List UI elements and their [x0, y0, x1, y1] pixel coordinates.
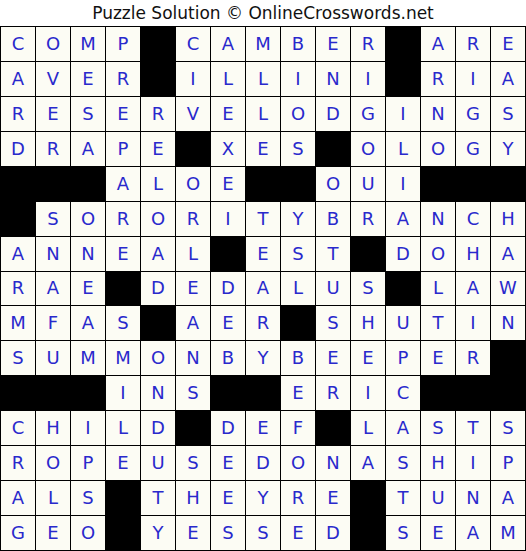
letter-cell-r12c8: E	[246, 411, 280, 445]
letter-cell-r2c1: A	[1, 62, 35, 96]
letter-cell-r4c7: X	[211, 132, 245, 166]
letter-cell-r6c7: I	[211, 202, 245, 236]
black-cell-r5c2	[36, 167, 70, 201]
black-cell-r5c14	[456, 167, 490, 201]
letter-cell-r6c11: R	[351, 202, 385, 236]
black-cell-r5c3	[71, 167, 105, 201]
letter-cell-r8c13: L	[421, 272, 455, 306]
letter-cell-r5c11: U	[351, 167, 385, 201]
letter-cell-r8c5: D	[141, 272, 175, 306]
letter-cell-r14c2: L	[36, 481, 70, 515]
letter-cell-r12c4: L	[106, 411, 140, 445]
black-cell-r1c5	[141, 27, 175, 61]
letter-cell-r6c5: O	[141, 202, 175, 236]
letter-cell-r8c6: E	[176, 272, 210, 306]
letter-cell-r4c12: L	[386, 132, 420, 166]
letter-cell-r7c10: T	[316, 237, 350, 271]
black-cell-r14c4	[106, 481, 140, 515]
letter-cell-r8c3: E	[71, 272, 105, 306]
letter-cell-r6c2: S	[36, 202, 70, 236]
letter-cell-r2c7: L	[211, 62, 245, 96]
letter-cell-r13c2: O	[36, 446, 70, 480]
letter-cell-r3c4: E	[106, 97, 140, 131]
black-cell-r14c11	[351, 481, 385, 515]
letter-cell-r14c3: S	[71, 481, 105, 515]
black-cell-r5c1	[1, 167, 35, 201]
letter-cell-r12c1: C	[1, 411, 35, 445]
black-cell-r11c1	[1, 376, 35, 410]
letter-cell-r13c6: S	[176, 446, 210, 480]
title-bar: Puzzle Solution © OnlineCrosswords.net	[0, 0, 526, 26]
letter-cell-r14c13: U	[421, 481, 455, 515]
letter-cell-r6c6: R	[176, 202, 210, 236]
letter-cell-r4c1: D	[1, 132, 35, 166]
black-cell-r4c6	[176, 132, 210, 166]
letter-cell-r14c15: A	[491, 481, 525, 515]
letter-cell-r12c11: L	[351, 411, 385, 445]
letter-cell-r4c4: P	[106, 132, 140, 166]
letter-cell-r13c13: H	[421, 446, 455, 480]
letter-cell-r12c15: S	[491, 411, 525, 445]
letter-cell-r3c12: I	[386, 97, 420, 131]
puzzle-solution-page: Puzzle Solution © OnlineCrosswords.net C…	[0, 0, 526, 551]
letter-cell-r14c6: H	[176, 481, 210, 515]
letter-cell-r3c1: R	[1, 97, 35, 131]
black-cell-r2c5	[141, 62, 175, 96]
letter-cell-r8c9: L	[281, 272, 315, 306]
letter-cell-r14c7: E	[211, 481, 245, 515]
letter-cell-r13c3: P	[71, 446, 105, 480]
letter-cell-r11c5: N	[141, 376, 175, 410]
letter-cell-r8c7: D	[211, 272, 245, 306]
letter-cell-r10c9: B	[281, 341, 315, 375]
letter-cell-r10c5: O	[141, 341, 175, 375]
letter-cell-r9c8: R	[246, 306, 280, 340]
letter-cell-r9c1: M	[1, 306, 35, 340]
letter-cell-r10c2: U	[36, 341, 70, 375]
black-cell-r15c11	[351, 516, 385, 550]
black-cell-r2c12	[386, 62, 420, 96]
letter-cell-r4c2: R	[36, 132, 70, 166]
letter-cell-r3c2: E	[36, 97, 70, 131]
letter-cell-r9c7: E	[211, 306, 245, 340]
letter-cell-r14c14: N	[456, 481, 490, 515]
letter-cell-r5c7: E	[211, 167, 245, 201]
letter-cell-r13c12: S	[386, 446, 420, 480]
letter-cell-r4c3: A	[71, 132, 105, 166]
letter-cell-r12c13: S	[421, 411, 455, 445]
letter-cell-r12c2: H	[36, 411, 70, 445]
letter-cell-r1c9: B	[281, 27, 315, 61]
letter-cell-r7c15: A	[491, 237, 525, 271]
letter-cell-r7c3: N	[71, 237, 105, 271]
letter-cell-r2c10: N	[316, 62, 350, 96]
page-title: Puzzle Solution © OnlineCrosswords.net	[92, 3, 434, 23]
letter-cell-r1c15: E	[491, 27, 525, 61]
letter-cell-r9c6: A	[176, 306, 210, 340]
letter-cell-r5c6: O	[176, 167, 210, 201]
letter-cell-r4c8: E	[246, 132, 280, 166]
letter-cell-r6c4: R	[106, 202, 140, 236]
black-cell-r15c4	[106, 516, 140, 550]
letter-cell-r6c9: Y	[281, 202, 315, 236]
letter-cell-r11c10: R	[316, 376, 350, 410]
letter-cell-r9c11: H	[351, 306, 385, 340]
letter-cell-r7c6: L	[176, 237, 210, 271]
letter-cell-r12c7: D	[211, 411, 245, 445]
letter-cell-r3c6: V	[176, 97, 210, 131]
letter-cell-r10c7: B	[211, 341, 245, 375]
letter-cell-r1c10: E	[316, 27, 350, 61]
letter-cell-r15c9: E	[281, 516, 315, 550]
letter-cell-r2c2: V	[36, 62, 70, 96]
letter-cell-r8c2: A	[36, 272, 70, 306]
letter-cell-r7c4: E	[106, 237, 140, 271]
black-cell-r5c15	[491, 167, 525, 201]
letter-cell-r10c12: P	[386, 341, 420, 375]
letter-cell-r12c3: I	[71, 411, 105, 445]
letter-cell-r6c15: H	[491, 202, 525, 236]
letter-cell-r4c5: E	[141, 132, 175, 166]
letter-cell-r13c8: D	[246, 446, 280, 480]
crossword-grid: COMPCAMBERAREAVERILLINIRIARESERVELODGING…	[0, 26, 526, 551]
letter-cell-r4c15: Y	[491, 132, 525, 166]
letter-cell-r7c13: O	[421, 237, 455, 271]
letter-cell-r13c14: I	[456, 446, 490, 480]
letter-cell-r1c1: C	[1, 27, 35, 61]
letter-cell-r2c8: L	[246, 62, 280, 96]
letter-cell-r9c2: F	[36, 306, 70, 340]
letter-cell-r1c7: A	[211, 27, 245, 61]
black-cell-r7c7	[211, 237, 245, 271]
letter-cell-r3c7: E	[211, 97, 245, 131]
letter-cell-r10c14: R	[456, 341, 490, 375]
letter-cell-r8c11: S	[351, 272, 385, 306]
letter-cell-r8c14: A	[456, 272, 490, 306]
black-cell-r11c14	[456, 376, 490, 410]
letter-cell-r15c6: E	[176, 516, 210, 550]
letter-cell-r2c13: R	[421, 62, 455, 96]
letter-cell-r5c4: A	[106, 167, 140, 201]
black-cell-r11c8	[246, 376, 280, 410]
letter-cell-r9c10: S	[316, 306, 350, 340]
black-cell-r5c9	[281, 167, 315, 201]
letter-cell-r3c9: O	[281, 97, 315, 131]
black-cell-r11c7	[211, 376, 245, 410]
letter-cell-r10c1: S	[1, 341, 35, 375]
letter-cell-r15c5: Y	[141, 516, 175, 550]
letter-cell-r12c14: T	[456, 411, 490, 445]
black-cell-r7c11	[351, 237, 385, 271]
letter-cell-r3c5: R	[141, 97, 175, 131]
letter-cell-r10c11: E	[351, 341, 385, 375]
letter-cell-r9c3: A	[71, 306, 105, 340]
black-cell-r10c15	[491, 341, 525, 375]
letter-cell-r14c8: Y	[246, 481, 280, 515]
letter-cell-r9c14: I	[456, 306, 490, 340]
letter-cell-r2c15: A	[491, 62, 525, 96]
letter-cell-r9c12: U	[386, 306, 420, 340]
letter-cell-r8c8: A	[246, 272, 280, 306]
letter-cell-r13c9: O	[281, 446, 315, 480]
letter-cell-r10c13: E	[421, 341, 455, 375]
letter-cell-r8c15: W	[491, 272, 525, 306]
letter-cell-r12c12: A	[386, 411, 420, 445]
letter-cell-r13c7: E	[211, 446, 245, 480]
letter-cell-r5c12: I	[386, 167, 420, 201]
letter-cell-r5c5: L	[141, 167, 175, 201]
letter-cell-r13c10: N	[316, 446, 350, 480]
letter-cell-r14c1: A	[1, 481, 35, 515]
black-cell-r11c2	[36, 376, 70, 410]
letter-cell-r7c14: H	[456, 237, 490, 271]
letter-cell-r6c10: B	[316, 202, 350, 236]
letter-cell-r11c12: C	[386, 376, 420, 410]
letter-cell-r15c8: S	[246, 516, 280, 550]
letter-cell-r12c9: F	[281, 411, 315, 445]
letter-cell-r1c3: M	[71, 27, 105, 61]
black-cell-r11c3	[71, 376, 105, 410]
letter-cell-r4c13: O	[421, 132, 455, 166]
black-cell-r8c4	[106, 272, 140, 306]
letter-cell-r6c3: O	[71, 202, 105, 236]
letter-cell-r9c15: N	[491, 306, 525, 340]
letter-cell-r14c10: E	[316, 481, 350, 515]
letter-cell-r6c14: C	[456, 202, 490, 236]
letter-cell-r15c12: S	[386, 516, 420, 550]
letter-cell-r7c8: E	[246, 237, 280, 271]
letter-cell-r2c3: E	[71, 62, 105, 96]
letter-cell-r14c12: T	[386, 481, 420, 515]
black-cell-r5c8	[246, 167, 280, 201]
black-cell-r1c12	[386, 27, 420, 61]
letter-cell-r13c1: R	[1, 446, 35, 480]
letter-cell-r15c14: A	[456, 516, 490, 550]
letter-cell-r14c9: R	[281, 481, 315, 515]
letter-cell-r10c4: M	[106, 341, 140, 375]
letter-cell-r1c6: C	[176, 27, 210, 61]
letter-cell-r2c4: R	[106, 62, 140, 96]
letter-cell-r7c2: N	[36, 237, 70, 271]
letter-cell-r15c15: M	[491, 516, 525, 550]
letter-cell-r2c11: I	[351, 62, 385, 96]
letter-cell-r15c7: S	[211, 516, 245, 550]
letter-cell-r4c11: O	[351, 132, 385, 166]
letter-cell-r4c9: S	[281, 132, 315, 166]
letter-cell-r10c6: N	[176, 341, 210, 375]
letter-cell-r7c9: S	[281, 237, 315, 271]
letter-cell-r3c8: L	[246, 97, 280, 131]
letter-cell-r4c14: G	[456, 132, 490, 166]
black-cell-r11c13	[421, 376, 455, 410]
black-cell-r6c1	[1, 202, 35, 236]
letter-cell-r6c12: A	[386, 202, 420, 236]
letter-cell-r13c4: E	[106, 446, 140, 480]
letter-cell-r13c15: P	[491, 446, 525, 480]
black-cell-r9c9	[281, 306, 315, 340]
letter-cell-r8c1: R	[1, 272, 35, 306]
black-cell-r4c10	[316, 132, 350, 166]
black-cell-r5c13	[421, 167, 455, 201]
letter-cell-r2c9: I	[281, 62, 315, 96]
letter-cell-r7c1: A	[1, 237, 35, 271]
black-cell-r12c6	[176, 411, 210, 445]
letter-cell-r14c5: T	[141, 481, 175, 515]
letter-cell-r1c14: R	[456, 27, 490, 61]
letter-cell-r10c3: M	[71, 341, 105, 375]
letter-cell-r7c5: A	[141, 237, 175, 271]
letter-cell-r2c6: I	[176, 62, 210, 96]
letter-cell-r15c1: G	[1, 516, 35, 550]
letter-cell-r3c13: N	[421, 97, 455, 131]
black-cell-r9c5	[141, 306, 175, 340]
letter-cell-r2c14: I	[456, 62, 490, 96]
letter-cell-r1c4: P	[106, 27, 140, 61]
letter-cell-r10c8: Y	[246, 341, 280, 375]
letter-cell-r11c9: E	[281, 376, 315, 410]
letter-cell-r15c2: E	[36, 516, 70, 550]
letter-cell-r7c12: D	[386, 237, 420, 271]
letter-cell-r3c15: S	[491, 97, 525, 131]
letter-cell-r3c10: D	[316, 97, 350, 131]
black-cell-r8c12	[386, 272, 420, 306]
letter-cell-r11c6: S	[176, 376, 210, 410]
letter-cell-r11c4: I	[106, 376, 140, 410]
letter-cell-r3c14: G	[456, 97, 490, 131]
letter-cell-r12c5: D	[141, 411, 175, 445]
letter-cell-r13c11: A	[351, 446, 385, 480]
letter-cell-r1c11: R	[351, 27, 385, 61]
letter-cell-r11c11: I	[351, 376, 385, 410]
black-cell-r12c10	[316, 411, 350, 445]
letter-cell-r6c8: T	[246, 202, 280, 236]
black-cell-r11c15	[491, 376, 525, 410]
letter-cell-r1c13: A	[421, 27, 455, 61]
letter-cell-r6c13: N	[421, 202, 455, 236]
letter-cell-r3c3: S	[71, 97, 105, 131]
letter-cell-r9c13: T	[421, 306, 455, 340]
letter-cell-r3c11: G	[351, 97, 385, 131]
letter-cell-r13c5: U	[141, 446, 175, 480]
letter-cell-r8c10: U	[316, 272, 350, 306]
letter-cell-r1c2: O	[36, 27, 70, 61]
letter-cell-r9c4: S	[106, 306, 140, 340]
letter-cell-r5c10: O	[316, 167, 350, 201]
letter-cell-r1c8: M	[246, 27, 280, 61]
letter-cell-r15c3: O	[71, 516, 105, 550]
letter-cell-r15c13: E	[421, 516, 455, 550]
letter-cell-r10c10: E	[316, 341, 350, 375]
letter-cell-r15c10: D	[316, 516, 350, 550]
